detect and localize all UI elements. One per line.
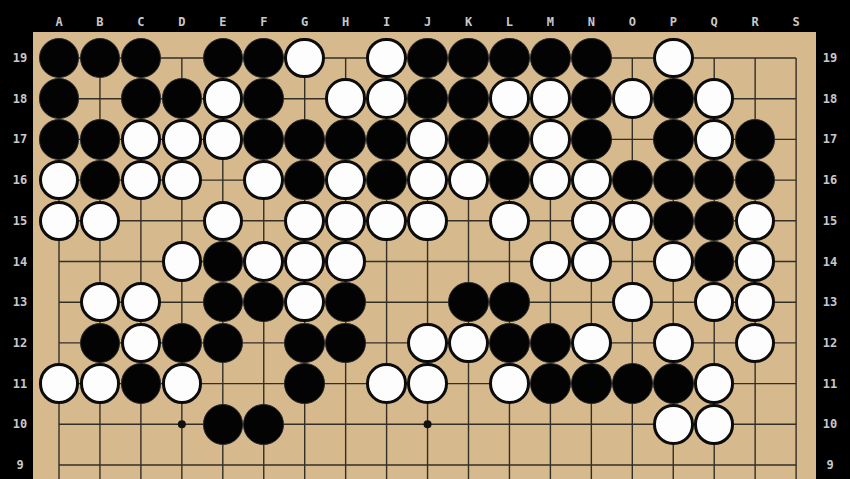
- stone-black-O11: [612, 363, 653, 404]
- stone-white-R14: [735, 241, 776, 282]
- stone-white-E18: [203, 78, 244, 119]
- stone-black-H12: [325, 323, 366, 364]
- row-label-left-15: 15: [13, 214, 27, 228]
- stone-white-M17: [530, 119, 571, 160]
- star-point-D10: [178, 420, 186, 428]
- stone-black-L13: [489, 282, 530, 323]
- row-label-right-15: 15: [823, 214, 837, 228]
- stone-black-Q14: [694, 241, 735, 282]
- stone-black-B17: [80, 119, 121, 160]
- stone-white-M14: [530, 241, 571, 282]
- stone-white-N16: [571, 160, 612, 201]
- row-label-right-10: 10: [823, 417, 837, 431]
- row-label-left-19: 19: [13, 51, 27, 65]
- stone-black-K17: [448, 119, 489, 160]
- stone-white-I19: [366, 38, 407, 79]
- stone-white-I15: [366, 201, 407, 242]
- col-label-J: J: [424, 15, 431, 29]
- stone-black-E12: [203, 323, 244, 364]
- col-label-N: N: [588, 15, 595, 29]
- stone-white-L18: [489, 78, 530, 119]
- stone-white-J11: [407, 363, 448, 404]
- stone-black-L19: [489, 38, 530, 79]
- col-label-P: P: [670, 15, 677, 29]
- row-label-left-16: 16: [13, 173, 27, 187]
- row-label-right-9: 9: [826, 458, 833, 472]
- stone-white-D11: [162, 363, 203, 404]
- stone-white-Q17: [694, 119, 735, 160]
- stone-black-G17: [284, 119, 325, 160]
- row-label-right-16: 16: [823, 173, 837, 187]
- col-label-E: E: [219, 15, 226, 29]
- row-label-right-19: 19: [823, 51, 837, 65]
- stone-white-N14: [571, 241, 612, 282]
- stone-white-L11: [489, 363, 530, 404]
- stone-black-C11: [121, 363, 162, 404]
- star-point-J10: [424, 420, 432, 428]
- row-label-left-12: 12: [13, 336, 27, 350]
- col-label-O: O: [629, 15, 636, 29]
- stone-black-P18: [653, 78, 694, 119]
- stone-white-I18: [366, 78, 407, 119]
- col-label-D: D: [178, 15, 185, 29]
- go-board[interactable]: [33, 32, 816, 479]
- stone-white-J12: [407, 323, 448, 364]
- stone-white-I11: [366, 363, 407, 404]
- stone-white-E15: [203, 201, 244, 242]
- row-label-left-13: 13: [13, 295, 27, 309]
- stone-white-M18: [530, 78, 571, 119]
- row-label-left-18: 18: [13, 92, 27, 106]
- stone-black-P11: [653, 363, 694, 404]
- stone-black-R17: [735, 119, 776, 160]
- stone-black-M11: [530, 363, 571, 404]
- stone-black-L12: [489, 323, 530, 364]
- row-label-right-11: 11: [823, 377, 837, 391]
- stone-black-I17: [366, 119, 407, 160]
- col-label-S: S: [792, 15, 799, 29]
- stone-black-D18: [162, 78, 203, 119]
- stone-white-O15: [612, 201, 653, 242]
- stone-black-N18: [571, 78, 612, 119]
- stone-black-E19: [203, 38, 244, 79]
- row-label-left-11: 11: [13, 377, 27, 391]
- row-label-right-17: 17: [823, 132, 837, 146]
- stone-black-F19: [243, 38, 284, 79]
- stone-black-K19: [448, 38, 489, 79]
- stone-white-K12: [448, 323, 489, 364]
- col-label-Q: Q: [711, 15, 718, 29]
- stone-white-Q11: [694, 363, 735, 404]
- stone-white-H16: [325, 160, 366, 201]
- stone-black-M19: [530, 38, 571, 79]
- stone-white-G19: [284, 38, 325, 79]
- stone-black-B12: [80, 323, 121, 364]
- stone-black-F10: [243, 404, 284, 445]
- stone-black-A17: [39, 119, 80, 160]
- col-label-R: R: [752, 15, 759, 29]
- col-label-A: A: [55, 15, 62, 29]
- row-label-left-9: 9: [16, 458, 23, 472]
- stone-black-N19: [571, 38, 612, 79]
- stone-white-E17: [203, 119, 244, 160]
- col-label-H: H: [342, 15, 349, 29]
- stone-white-P10: [653, 404, 694, 445]
- stone-white-N12: [571, 323, 612, 364]
- row-label-right-13: 13: [823, 295, 837, 309]
- row-label-left-10: 10: [13, 417, 27, 431]
- stone-white-F14: [243, 241, 284, 282]
- stone-black-O16: [612, 160, 653, 201]
- stone-black-M12: [530, 323, 571, 364]
- stone-black-F17: [243, 119, 284, 160]
- stone-white-B11: [80, 363, 121, 404]
- stone-black-H13: [325, 282, 366, 323]
- stone-black-P16: [653, 160, 694, 201]
- stone-black-L16: [489, 160, 530, 201]
- stone-black-F18: [243, 78, 284, 119]
- col-label-C: C: [137, 15, 144, 29]
- stone-black-G16: [284, 160, 325, 201]
- stone-white-L15: [489, 201, 530, 242]
- stone-white-K16: [448, 160, 489, 201]
- stone-white-J16: [407, 160, 448, 201]
- stone-white-D17: [162, 119, 203, 160]
- stone-white-P19: [653, 38, 694, 79]
- stone-black-N11: [571, 363, 612, 404]
- stone-white-H14: [325, 241, 366, 282]
- stone-white-N15: [571, 201, 612, 242]
- stone-white-C12: [121, 323, 162, 364]
- stone-black-L17: [489, 119, 530, 160]
- stone-white-M16: [530, 160, 571, 201]
- stone-black-C19: [121, 38, 162, 79]
- stone-white-A11: [39, 363, 80, 404]
- stone-black-J18: [407, 78, 448, 119]
- stone-white-H15: [325, 201, 366, 242]
- col-label-I: I: [383, 15, 390, 29]
- stone-black-E14: [203, 241, 244, 282]
- row-label-right-12: 12: [823, 336, 837, 350]
- stone-white-F16: [243, 160, 284, 201]
- go-board-viewer: ABCDEFGHIJKLMNOPQRS191918181717161615151…: [0, 0, 850, 479]
- stone-black-A18: [39, 78, 80, 119]
- stone-white-P12: [653, 323, 694, 364]
- stone-black-K18: [448, 78, 489, 119]
- stone-white-J15: [407, 201, 448, 242]
- stone-black-J19: [407, 38, 448, 79]
- stone-black-G12: [284, 323, 325, 364]
- stone-white-Q10: [694, 404, 735, 445]
- stone-black-K13: [448, 282, 489, 323]
- row-label-right-14: 14: [823, 255, 837, 269]
- stone-black-E10: [203, 404, 244, 445]
- col-label-K: K: [465, 15, 472, 29]
- stone-white-O13: [612, 282, 653, 323]
- stone-white-J17: [407, 119, 448, 160]
- col-label-L: L: [506, 15, 513, 29]
- stone-black-P15: [653, 201, 694, 242]
- col-label-M: M: [547, 15, 554, 29]
- stone-white-A15: [39, 201, 80, 242]
- row-label-left-17: 17: [13, 132, 27, 146]
- row-label-left-14: 14: [13, 255, 27, 269]
- stone-white-G14: [284, 241, 325, 282]
- stone-black-G11: [284, 363, 325, 404]
- stone-white-G15: [284, 201, 325, 242]
- stone-white-H18: [325, 78, 366, 119]
- col-label-G: G: [301, 15, 308, 29]
- stone-black-H17: [325, 119, 366, 160]
- stone-white-P14: [653, 241, 694, 282]
- row-label-right-18: 18: [823, 92, 837, 106]
- stone-black-N17: [571, 119, 612, 160]
- stone-white-C17: [121, 119, 162, 160]
- stone-black-D12: [162, 323, 203, 364]
- stone-black-I16: [366, 160, 407, 201]
- stone-white-O18: [612, 78, 653, 119]
- col-label-F: F: [260, 15, 267, 29]
- stone-black-C18: [121, 78, 162, 119]
- stone-white-B15: [80, 201, 121, 242]
- stone-white-D14: [162, 241, 203, 282]
- stone-black-P17: [653, 119, 694, 160]
- col-label-B: B: [96, 15, 103, 29]
